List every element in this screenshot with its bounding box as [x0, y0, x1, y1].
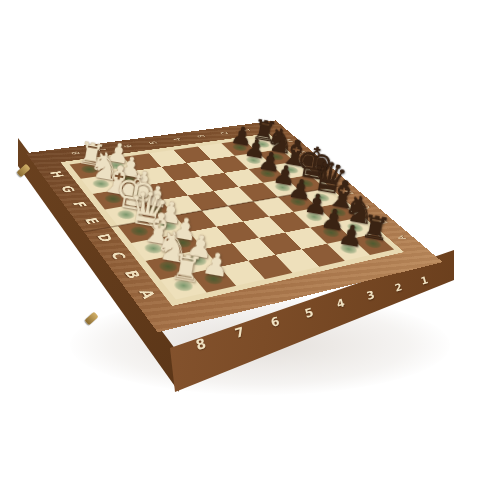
- board-scene: ♜♞♝♛♚♝♞♜♟♟♟♟♟♟♟♟♟♟♟♟♟♟♟♟♜♞♝♛♚♝♞♜ ABCDEFG…: [0, 0, 500, 500]
- dark-pawn[interactable]: ♟: [333, 219, 369, 252]
- product-photo-chess-set: ♜♞♝♛♚♝♞♜♟♟♟♟♟♟♟♟♟♟♟♟♟♟♟♟♜♞♝♛♚♝♞♜ ABCDEFG…: [0, 0, 500, 500]
- white-rook[interactable]: ♜: [166, 248, 206, 289]
- chess-board: ♜♞♝♛♚♝♞♜♟♟♟♟♟♟♟♟♟♟♟♟♟♟♟♟♜♞♝♛♚♝♞♜ ABCDEFG…: [26, 120, 443, 332]
